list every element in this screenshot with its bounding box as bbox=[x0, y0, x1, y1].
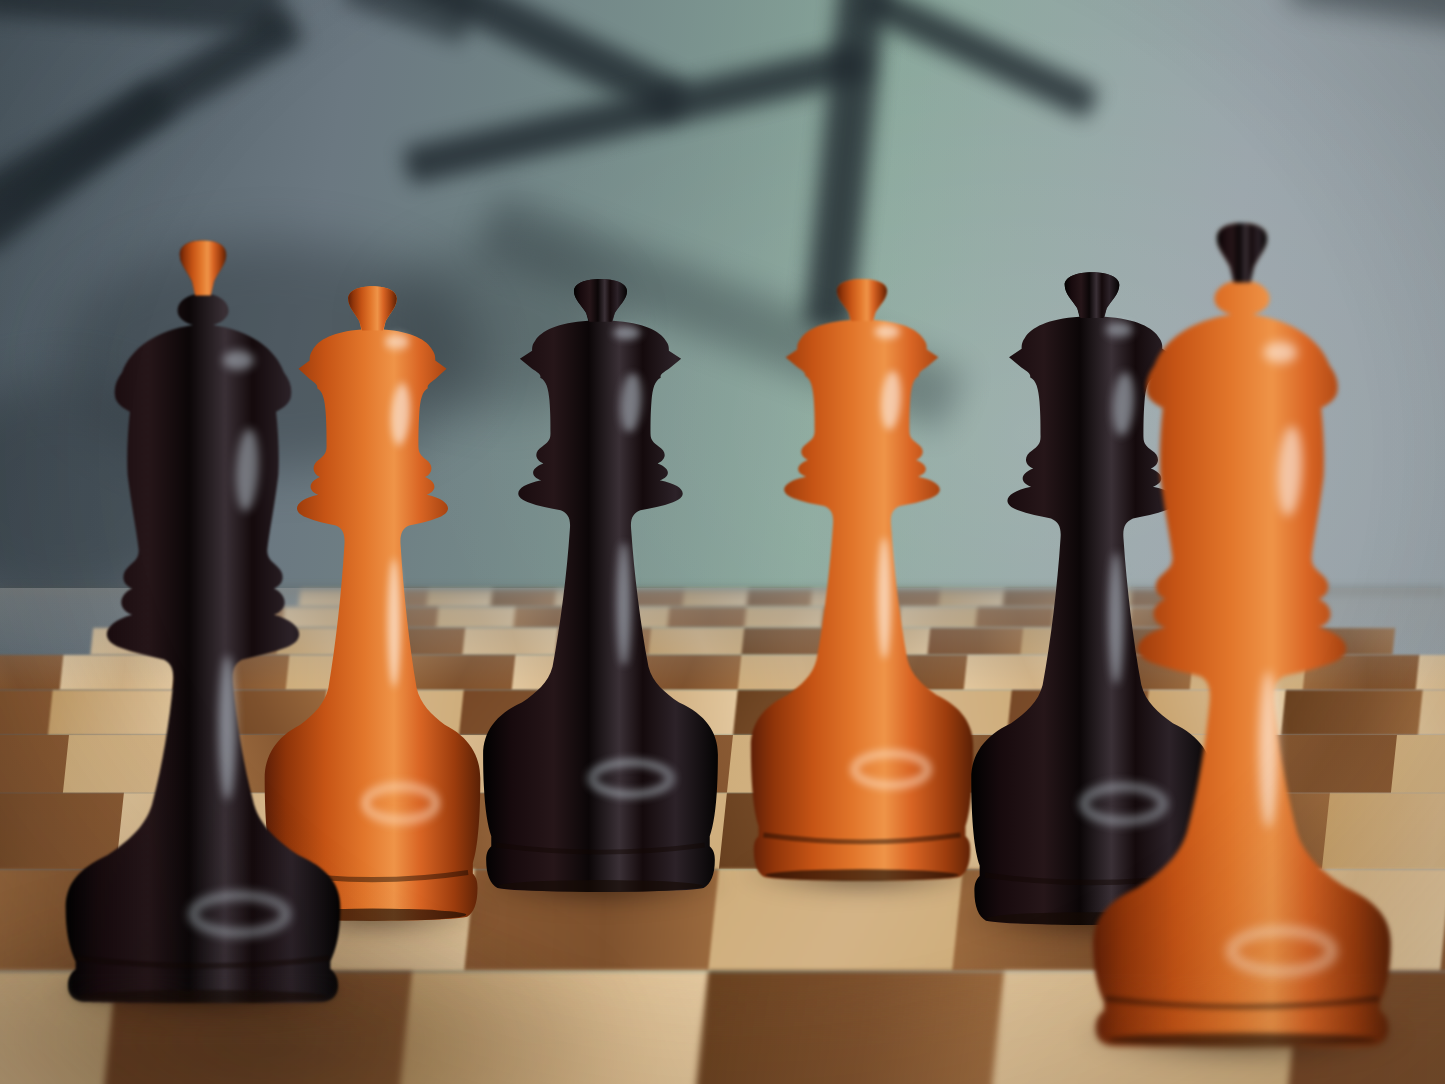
board-square bbox=[1417, 690, 1445, 735]
board-square bbox=[0, 690, 52, 735]
piece-finial bbox=[573, 279, 626, 322]
felt-base bbox=[498, 880, 702, 892]
felt-base bbox=[1108, 1033, 1377, 1047]
felt-base bbox=[79, 990, 327, 1003]
piece-finial bbox=[348, 286, 397, 330]
photo-scene bbox=[0, 0, 1445, 1084]
chess-piece-black-queen bbox=[478, 275, 723, 893]
chess-piece-black-king bbox=[59, 234, 347, 1002]
board-square bbox=[1390, 735, 1445, 793]
piece-finial bbox=[837, 279, 887, 321]
piece-body bbox=[1093, 223, 1391, 1047]
piece-body bbox=[66, 241, 341, 1004]
piece-body bbox=[483, 279, 718, 892]
chess-piece-orange-queen bbox=[746, 275, 978, 882]
board-square bbox=[692, 971, 1004, 1084]
piece-body bbox=[751, 279, 973, 881]
chess-piece-orange-king bbox=[1086, 216, 1398, 1046]
piece-finial bbox=[180, 241, 227, 296]
felt-base bbox=[765, 869, 958, 881]
piece-finial bbox=[1217, 223, 1267, 282]
